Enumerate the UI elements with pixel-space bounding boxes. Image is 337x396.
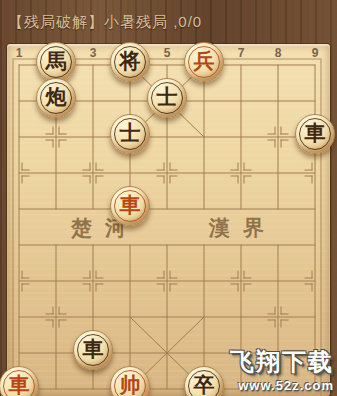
piece-red-pawn[interactable]: 兵 [184, 42, 224, 82]
piece-glyph: 炮 [46, 87, 67, 108]
piece-black-chariot[interactable]: 車 [295, 114, 335, 154]
piece-glyph: 卒 [194, 375, 215, 396]
piece-glyph: 兵 [194, 51, 215, 72]
file-label-9: 9 [305, 46, 325, 60]
piece-glyph: 馬 [46, 51, 67, 72]
piece-glyph: 将 [120, 51, 141, 72]
piece-glyph: 士 [120, 123, 141, 144]
piece-black-advisor[interactable]: 士 [110, 114, 150, 154]
piece-glyph: 車 [305, 123, 326, 144]
file-label-1: 1 [9, 46, 29, 60]
piece-red-chariot[interactable]: 車 [110, 186, 150, 226]
app-screen: 【残局破解】小暑残局 ,0/0 123456789 楚河 漢界 馬将兵炮士士車車… [0, 0, 337, 396]
file-label-7: 7 [231, 46, 251, 60]
piece-black-advisor[interactable]: 士 [147, 78, 187, 118]
piece-glyph: 帅 [120, 375, 141, 396]
file-label-3: 3 [83, 46, 103, 60]
piece-black-horse[interactable]: 馬 [36, 42, 76, 82]
piece-glyph: 車 [83, 339, 104, 360]
file-label-8: 8 [268, 46, 288, 60]
piece-glyph: 車 [9, 375, 30, 396]
piece-black-general[interactable]: 将 [110, 42, 150, 82]
file-label-5: 5 [157, 46, 177, 60]
puzzle-title: 【残局破解】小暑残局 ,0/0 [8, 13, 202, 32]
piece-glyph: 士 [157, 87, 178, 108]
piece-black-chariot[interactable]: 車 [73, 330, 113, 370]
piece-glyph: 車 [120, 195, 141, 216]
title-bar: 【残局破解】小暑残局 ,0/0 [0, 0, 337, 44]
piece-black-cannon[interactable]: 炮 [36, 78, 76, 118]
river-label-right: 漢界 [203, 214, 277, 242]
